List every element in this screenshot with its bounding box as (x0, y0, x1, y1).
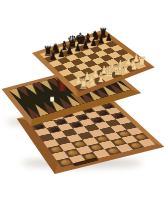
backgammon-point (55, 96, 73, 109)
chess-piece-black: ♟ (49, 52, 56, 62)
backgammon-point (31, 103, 49, 116)
checkers-square (104, 146, 121, 155)
chess-square: ♜ (74, 83, 88, 91)
chess-piece-black: ♟ (74, 43, 81, 53)
chess-piece-black: ♟ (82, 41, 89, 51)
product-photo: ♜♞♝♛♚♝♞♜♟♟♟♟♟♟♟♟♟♟♟♟♟♟♟♟♜♞♝♛♚♝♞♜ (0, 0, 164, 200)
backgammon-point (39, 101, 57, 114)
backgammon-point (23, 105, 40, 118)
chess-piece-black: ♟ (90, 38, 97, 48)
chess-piece-black: ♟ (97, 36, 104, 46)
chess-piece-black: ♟ (57, 49, 64, 59)
chess-piece-black: ♟ (66, 46, 73, 56)
checkers-square (138, 138, 155, 147)
die-left (50, 97, 54, 102)
chess-piece-black: ♟ (105, 33, 112, 43)
checkers-square (110, 124, 126, 132)
chess-piece-white: ♜ (78, 77, 88, 91)
